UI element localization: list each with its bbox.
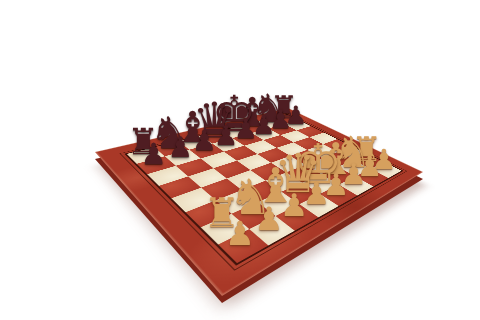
black-pawn-c7[interactable]: ♟ bbox=[192, 127, 217, 155]
white-pawn-c2[interactable]: ♟ bbox=[280, 190, 308, 221]
black-pawn-b7[interactable]: ♟ bbox=[167, 133, 193, 162]
black-pawn-a7[interactable]: ♟ bbox=[140, 140, 166, 169]
photo-scene: ♜♞♝♛♚♝♞♜♟♟♟♟♟♟♟♟♟♟♟♟♟♟♟♟♜♞♝♛♚♝♞♜ bbox=[0, 0, 480, 320]
white-pawn-b2[interactable]: ♟ bbox=[254, 202, 283, 234]
white-pawn-a2[interactable]: ♟ bbox=[225, 217, 255, 250]
black-pawn-d7[interactable]: ♟ bbox=[214, 121, 239, 148]
